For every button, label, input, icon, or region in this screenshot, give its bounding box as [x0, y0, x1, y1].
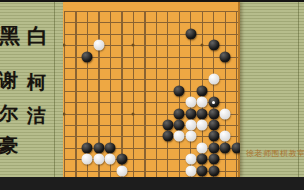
- black-stone: [208, 40, 219, 51]
- black-stone: [82, 51, 93, 62]
- white-stone: [185, 120, 196, 131]
- black-stone: [220, 142, 231, 153]
- black-stone: [197, 154, 208, 165]
- white-stone: [197, 120, 208, 131]
- black-stone: [231, 142, 240, 153]
- black-stone: [174, 85, 185, 96]
- black-stone: [174, 108, 185, 119]
- white-player-name-char: 柯: [27, 73, 46, 92]
- white-stone: [82, 154, 93, 165]
- white-stone: [185, 131, 196, 142]
- black-stone: [208, 120, 219, 131]
- black-stone: [197, 108, 208, 119]
- black-stone: [162, 131, 173, 142]
- white-stone: [220, 131, 231, 142]
- player-control-bar: [0, 177, 304, 190]
- black-stone: [220, 51, 231, 62]
- white-stone: [185, 97, 196, 108]
- black-stone: [208, 108, 219, 119]
- black-stone: [208, 165, 219, 176]
- star-point: [132, 44, 135, 47]
- white-stone: [105, 154, 116, 165]
- black-stone: [208, 142, 219, 153]
- white-label: 白: [27, 25, 48, 46]
- black-stone-last-move: [208, 97, 219, 108]
- white-stone: [174, 131, 185, 142]
- white-stone: [208, 74, 219, 85]
- black-stone: [208, 131, 219, 142]
- black-label: 黑: [0, 25, 20, 46]
- black-stone: [116, 154, 127, 165]
- black-stone: [105, 142, 116, 153]
- white-stone: [185, 165, 196, 176]
- white-stone: [185, 154, 196, 165]
- channel-watermark: 徐老师围棋教室: [246, 148, 304, 159]
- tatami-seam: [54, 0, 55, 190]
- black-stone: [185, 28, 196, 39]
- black-player-name-char: 尔: [0, 104, 18, 123]
- black-stone: [185, 108, 196, 119]
- white-stone: [197, 142, 208, 153]
- white-stone: [197, 97, 208, 108]
- tatami-seam: [298, 0, 299, 190]
- white-stone: [220, 108, 231, 119]
- black-player-name-char: 豪: [0, 136, 18, 155]
- black-stone: [93, 142, 104, 153]
- white-stone: [93, 40, 104, 51]
- black-stone: [162, 120, 173, 131]
- white-player-name-char: 洁: [27, 106, 46, 125]
- black-stone: [197, 165, 208, 176]
- video-frame: 黑谢尔豪白柯洁 徐老师围棋教室: [0, 0, 304, 190]
- black-stone: [197, 85, 208, 96]
- star-point: [201, 44, 204, 47]
- black-stone: [82, 142, 93, 153]
- black-stone: [208, 154, 219, 165]
- go-board[interactable]: [63, 2, 240, 177]
- star-point: [132, 112, 135, 115]
- last-move-marker-icon: [212, 101, 215, 104]
- white-stone: [116, 165, 127, 176]
- black-stone: [174, 120, 185, 131]
- black-player-name-char: 谢: [0, 71, 18, 90]
- white-stone: [93, 154, 104, 165]
